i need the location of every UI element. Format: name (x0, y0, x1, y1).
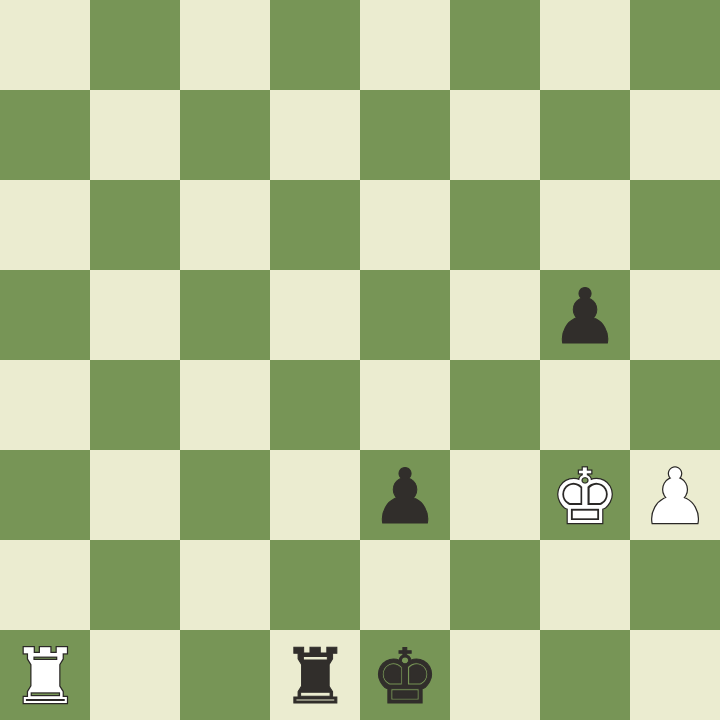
square-h7[interactable] (630, 90, 720, 180)
square-e6[interactable] (360, 180, 450, 270)
square-d2[interactable] (270, 540, 360, 630)
black-pawn-g5[interactable]: ♟ (551, 279, 619, 355)
square-a7[interactable] (0, 90, 90, 180)
square-h5[interactable] (630, 270, 720, 360)
square-b7[interactable] (90, 90, 180, 180)
square-f6[interactable] (450, 180, 540, 270)
square-e2[interactable] (360, 540, 450, 630)
square-a2[interactable] (0, 540, 90, 630)
square-h8[interactable] (630, 0, 720, 90)
square-h1[interactable] (630, 630, 720, 720)
square-d6[interactable] (270, 180, 360, 270)
square-e7[interactable] (360, 90, 450, 180)
square-g7[interactable] (540, 90, 630, 180)
square-e8[interactable] (360, 0, 450, 90)
square-c8[interactable] (180, 0, 270, 90)
square-a4[interactable] (0, 360, 90, 450)
black-pawn-e3[interactable]: ♟ (371, 459, 439, 535)
square-h2[interactable] (630, 540, 720, 630)
square-c7[interactable] (180, 90, 270, 180)
square-d5[interactable] (270, 270, 360, 360)
square-g6[interactable] (540, 180, 630, 270)
square-e5[interactable] (360, 270, 450, 360)
square-g3[interactable]: ♚ (540, 450, 630, 540)
square-a3[interactable] (0, 450, 90, 540)
square-f3[interactable] (450, 450, 540, 540)
square-g8[interactable] (540, 0, 630, 90)
square-h6[interactable] (630, 180, 720, 270)
square-c4[interactable] (180, 360, 270, 450)
square-h3[interactable]: ♟ (630, 450, 720, 540)
square-c3[interactable] (180, 450, 270, 540)
square-d7[interactable] (270, 90, 360, 180)
chess-board: ♟♟♚♟♜♜♚ (0, 0, 720, 720)
square-c2[interactable] (180, 540, 270, 630)
square-d4[interactable] (270, 360, 360, 450)
square-b2[interactable] (90, 540, 180, 630)
square-b8[interactable] (90, 0, 180, 90)
white-king-g3[interactable]: ♚ (551, 459, 619, 535)
square-g2[interactable] (540, 540, 630, 630)
square-f7[interactable] (450, 90, 540, 180)
square-b3[interactable] (90, 450, 180, 540)
square-d3[interactable] (270, 450, 360, 540)
square-h4[interactable] (630, 360, 720, 450)
square-g5[interactable]: ♟ (540, 270, 630, 360)
square-f4[interactable] (450, 360, 540, 450)
white-pawn-h3[interactable]: ♟ (641, 459, 709, 535)
square-b5[interactable] (90, 270, 180, 360)
square-a6[interactable] (0, 180, 90, 270)
square-c6[interactable] (180, 180, 270, 270)
square-e3[interactable]: ♟ (360, 450, 450, 540)
square-f2[interactable] (450, 540, 540, 630)
square-e1[interactable]: ♚ (360, 630, 450, 720)
square-a1[interactable]: ♜ (0, 630, 90, 720)
square-b4[interactable] (90, 360, 180, 450)
square-b6[interactable] (90, 180, 180, 270)
square-f5[interactable] (450, 270, 540, 360)
square-f1[interactable] (450, 630, 540, 720)
square-g1[interactable] (540, 630, 630, 720)
square-d1[interactable]: ♜ (270, 630, 360, 720)
square-c5[interactable] (180, 270, 270, 360)
black-king-e1[interactable]: ♚ (371, 639, 439, 715)
square-a8[interactable] (0, 0, 90, 90)
square-d8[interactable] (270, 0, 360, 90)
square-a5[interactable] (0, 270, 90, 360)
square-g4[interactable] (540, 360, 630, 450)
square-e4[interactable] (360, 360, 450, 450)
square-c1[interactable] (180, 630, 270, 720)
square-f8[interactable] (450, 0, 540, 90)
square-b1[interactable] (90, 630, 180, 720)
white-rook-a1[interactable]: ♜ (11, 639, 79, 715)
chess-board-container: ♟♟♚♟♜♜♚ (0, 0, 720, 720)
black-rook-d1[interactable]: ♜ (281, 639, 349, 715)
